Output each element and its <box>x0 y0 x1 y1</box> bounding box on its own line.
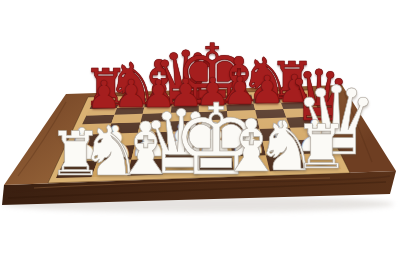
gloss-overlay <box>56 93 341 178</box>
chess-set-photo: Photo of a wooden chess set: crimson red… <box>0 0 400 267</box>
chess-board <box>0 0 400 267</box>
board-gloss <box>56 93 341 178</box>
